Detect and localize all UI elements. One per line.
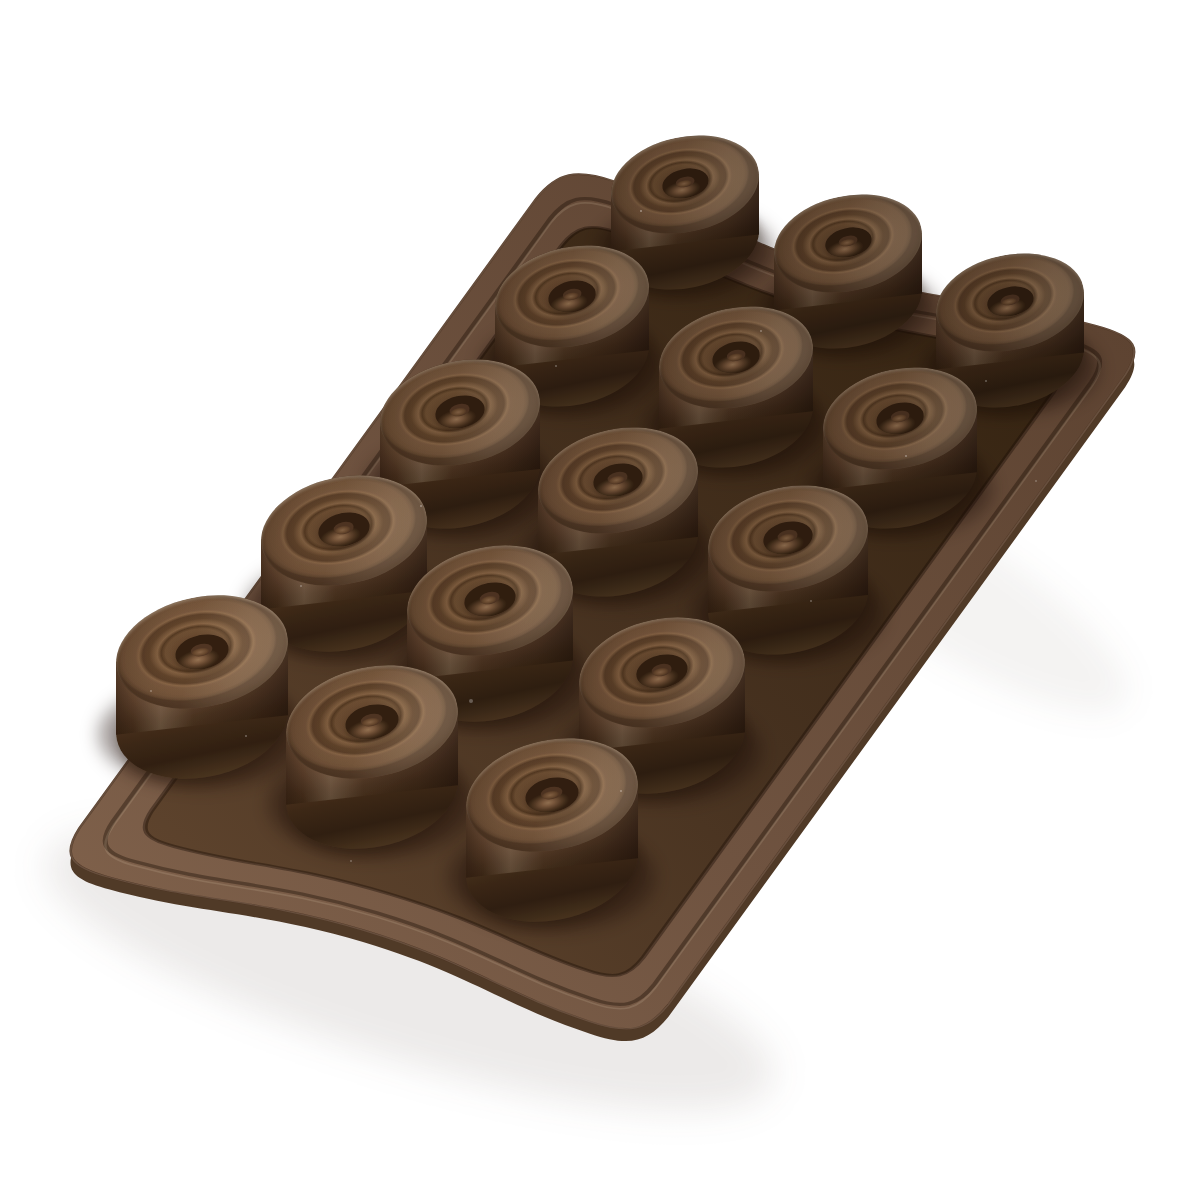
- product-photo-stage: [0, 0, 1200, 1200]
- mold-cavity: [707, 487, 869, 590]
- dust-specks: [0, 0, 2, 2]
- mold-cavity: [610, 137, 760, 232]
- mold-cavity: [578, 619, 746, 726]
- mold-cavity: [465, 740, 639, 850]
- cavity-grid: [0, 0, 1200, 1200]
- mold-cavity: [406, 547, 574, 654]
- mold-cavity: [658, 308, 814, 407]
- mold-cavity: [822, 369, 978, 468]
- mold-cavity: [773, 196, 923, 291]
- mold-cavity: [935, 255, 1085, 350]
- mold-cavity: [494, 247, 650, 346]
- mold-cavity: [115, 597, 289, 707]
- mold-cavity: [537, 429, 699, 532]
- mold-cavity: [285, 667, 459, 777]
- mold-cavity: [379, 361, 541, 464]
- mold-cavity: [260, 477, 428, 584]
